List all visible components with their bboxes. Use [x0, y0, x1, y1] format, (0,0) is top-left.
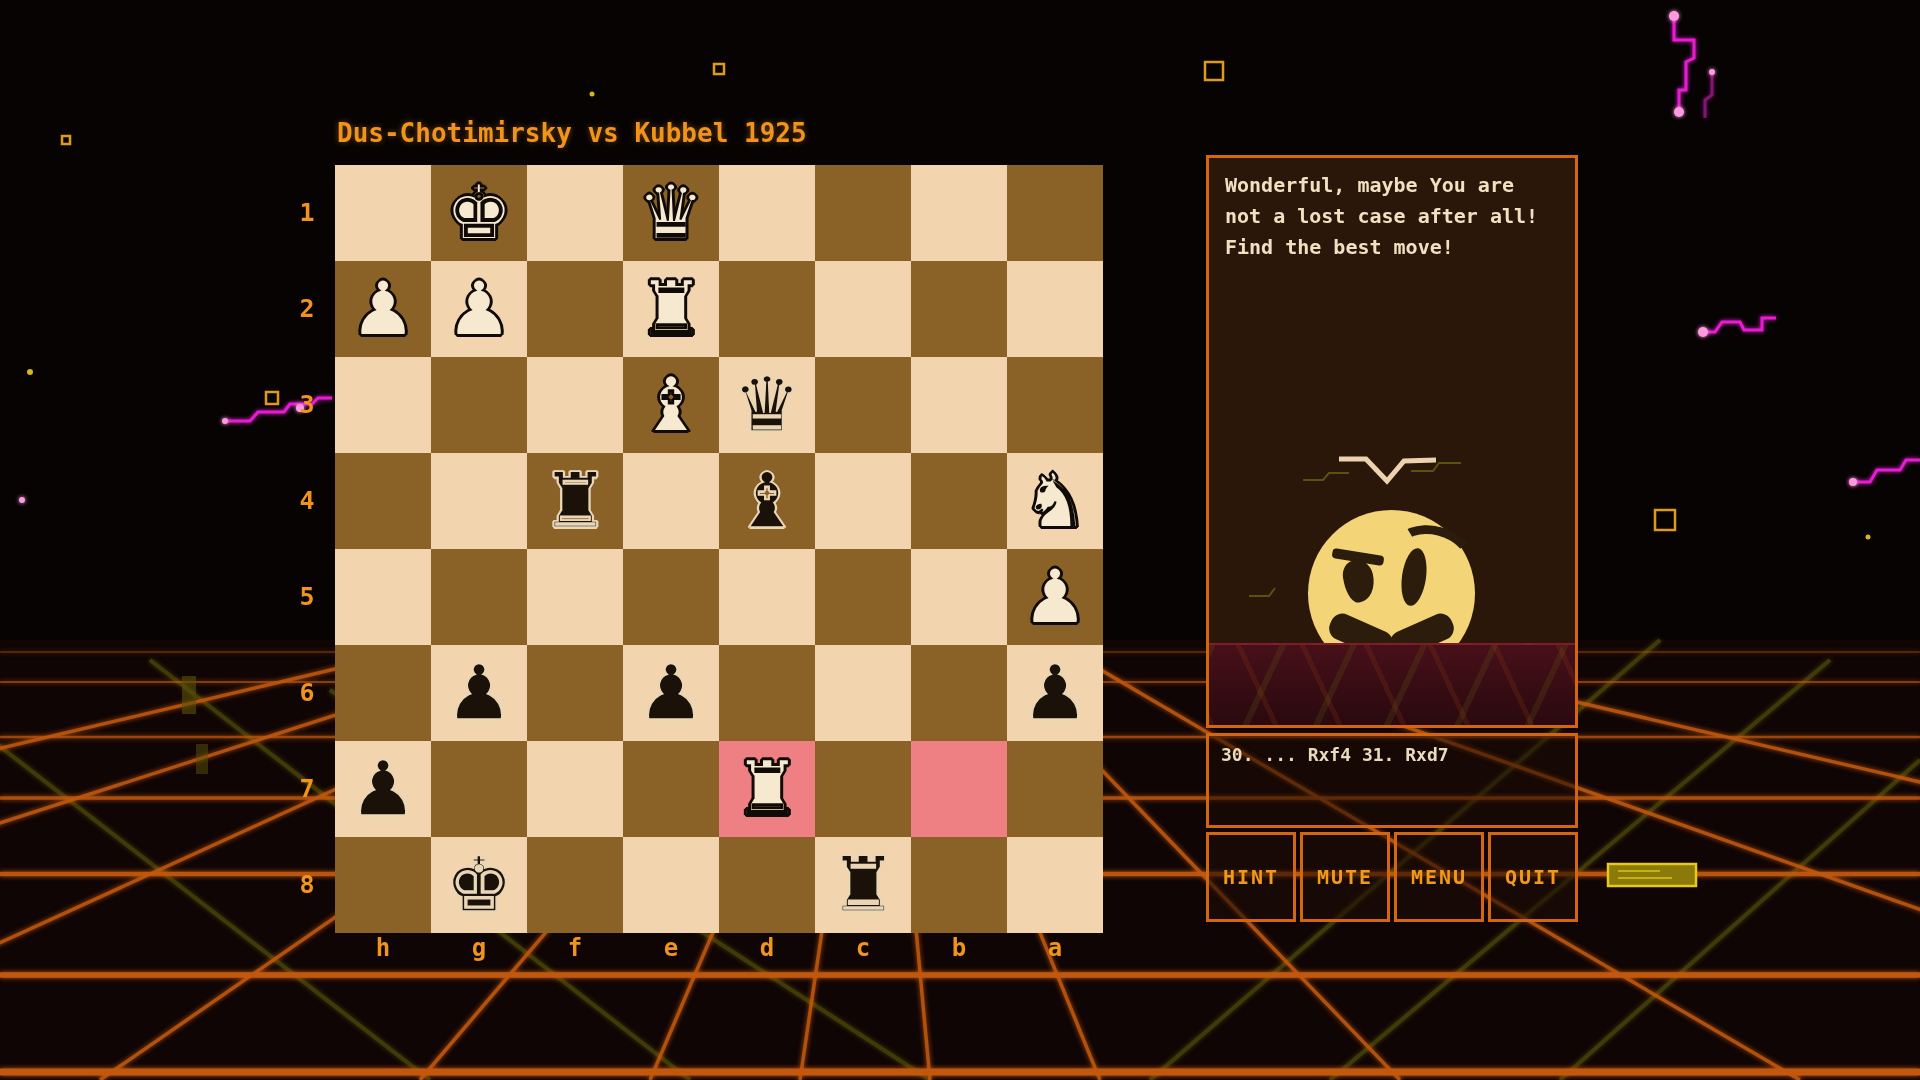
moves-panel: 30. ... Rxf4 31. Rxd7: [1206, 733, 1578, 828]
square-a8[interactable]: [1007, 837, 1103, 933]
square-f4[interactable]: ♜: [527, 453, 623, 549]
black-pawn[interactable]: ♟: [349, 741, 417, 837]
rank-label-4: 4: [290, 453, 324, 549]
square-b3[interactable]: [911, 357, 1007, 453]
square-d8[interactable]: [719, 837, 815, 933]
file-label-f: f: [527, 934, 623, 962]
white-rook[interactable]: ♜: [637, 261, 705, 357]
square-c2[interactable]: [815, 261, 911, 357]
file-label-b: b: [911, 934, 1007, 962]
square-d5[interactable]: [719, 549, 815, 645]
square-e1[interactable]: ♛: [623, 165, 719, 261]
square-g4[interactable]: [431, 453, 527, 549]
square-h8[interactable]: [335, 837, 431, 933]
square-h5[interactable]: [335, 549, 431, 645]
square-e7[interactable]: [623, 741, 719, 837]
square-d3[interactable]: ♛: [719, 357, 815, 453]
game-screen: Dus-Chotimirsky vs Kubbel 1925 12345678 …: [0, 0, 1920, 1080]
square-a4[interactable]: ♞: [1007, 453, 1103, 549]
square-c7[interactable]: [815, 741, 911, 837]
game-title: Dus-Chotimirsky vs Kubbel 1925: [337, 118, 807, 148]
square-b7[interactable]: [911, 741, 1007, 837]
square-c8[interactable]: ♜: [815, 837, 911, 933]
rank-label-6: 6: [290, 645, 324, 741]
black-pawn[interactable]: ♟: [445, 645, 513, 741]
square-h2[interactable]: ♟: [335, 261, 431, 357]
rank-label-2: 2: [290, 261, 324, 357]
square-b5[interactable]: [911, 549, 1007, 645]
quit-button[interactable]: QUIT: [1488, 832, 1578, 922]
black-pawn[interactable]: ♟: [1021, 645, 1089, 741]
file-label-a: a: [1007, 934, 1103, 962]
square-g2[interactable]: ♟: [431, 261, 527, 357]
white-rook[interactable]: ♜: [733, 741, 801, 837]
file-label-e: e: [623, 934, 719, 962]
square-h1[interactable]: [335, 165, 431, 261]
square-a2[interactable]: [1007, 261, 1103, 357]
square-h6[interactable]: [335, 645, 431, 741]
square-b6[interactable]: [911, 645, 1007, 741]
square-g1[interactable]: ♚: [431, 165, 527, 261]
square-f3[interactable]: [527, 357, 623, 453]
square-e6[interactable]: ♟: [623, 645, 719, 741]
square-f6[interactable]: [527, 645, 623, 741]
rank-label-8: 8: [290, 837, 324, 933]
square-c1[interactable]: [815, 165, 911, 261]
black-queen[interactable]: ♛: [733, 357, 801, 453]
black-pawn[interactable]: ♟: [637, 645, 705, 741]
file-label-h: h: [335, 934, 431, 962]
square-h7[interactable]: ♟: [335, 741, 431, 837]
white-queen[interactable]: ♛: [637, 165, 705, 261]
square-c4[interactable]: [815, 453, 911, 549]
square-f2[interactable]: [527, 261, 623, 357]
file-label-g: g: [431, 934, 527, 962]
square-c3[interactable]: [815, 357, 911, 453]
square-e8[interactable]: [623, 837, 719, 933]
square-f5[interactable]: [527, 549, 623, 645]
square-d7[interactable]: ♜: [719, 741, 815, 837]
white-knight[interactable]: ♞: [1021, 453, 1089, 549]
square-a3[interactable]: [1007, 357, 1103, 453]
square-d2[interactable]: [719, 261, 815, 357]
square-c6[interactable]: [815, 645, 911, 741]
square-a1[interactable]: [1007, 165, 1103, 261]
square-h3[interactable]: [335, 357, 431, 453]
file-label-d: d: [719, 934, 815, 962]
square-a7[interactable]: [1007, 741, 1103, 837]
square-e2[interactable]: ♜: [623, 261, 719, 357]
mute-button[interactable]: MUTE: [1300, 832, 1390, 922]
white-bishop[interactable]: ♝: [637, 357, 705, 453]
chess-board: ♚♛♟♟♜♝♛♜♝♞♟♟♟♟♟♜♚♜: [335, 165, 1103, 933]
square-h4[interactable]: [335, 453, 431, 549]
white-pawn[interactable]: ♟: [445, 261, 513, 357]
square-d6[interactable]: [719, 645, 815, 741]
black-rook[interactable]: ♜: [829, 837, 897, 933]
square-b4[interactable]: [911, 453, 1007, 549]
white-king[interactable]: ♚: [445, 165, 513, 261]
square-g8[interactable]: ♚: [431, 837, 527, 933]
square-a6[interactable]: ♟: [1007, 645, 1103, 741]
square-g3[interactable]: [431, 357, 527, 453]
rank-label-5: 5: [290, 549, 324, 645]
rank-label-7: 7: [290, 741, 324, 837]
square-b2[interactable]: [911, 261, 1007, 357]
white-pawn[interactable]: ♟: [1021, 549, 1089, 645]
white-pawn[interactable]: ♟: [349, 261, 417, 357]
square-a5[interactable]: ♟: [1007, 549, 1103, 645]
square-c5[interactable]: [815, 549, 911, 645]
square-e3[interactable]: ♝: [623, 357, 719, 453]
action-buttons: HINTMUTEMENUQUIT: [1206, 832, 1578, 922]
square-g6[interactable]: ♟: [431, 645, 527, 741]
black-rook[interactable]: ♜: [541, 453, 609, 549]
menu-button[interactable]: MENU: [1394, 832, 1484, 922]
hint-button[interactable]: HINT: [1206, 832, 1296, 922]
square-g5[interactable]: [431, 549, 527, 645]
rank-label-1: 1: [290, 165, 324, 261]
square-d1[interactable]: [719, 165, 815, 261]
black-king[interactable]: ♚: [445, 837, 513, 933]
square-e4[interactable]: [623, 453, 719, 549]
side-panel: Wonderful, maybe You are not a lost case…: [1206, 155, 1578, 728]
move-list: 30. ... Rxf4 31. Rxd7: [1209, 736, 1575, 773]
square-d4[interactable]: ♝: [719, 453, 815, 549]
file-labels: hgfedcba: [335, 934, 1103, 962]
rank-labels: 12345678: [290, 165, 324, 933]
square-b1[interactable]: [911, 165, 1007, 261]
square-b8[interactable]: [911, 837, 1007, 933]
square-g7[interactable]: [431, 741, 527, 837]
square-f1[interactable]: [527, 165, 623, 261]
square-f7[interactable]: [527, 741, 623, 837]
panel-floor: [1209, 643, 1575, 725]
square-f8[interactable]: [527, 837, 623, 933]
black-bishop[interactable]: ♝: [733, 453, 801, 549]
file-label-c: c: [815, 934, 911, 962]
rank-label-3: 3: [290, 357, 324, 453]
square-e5[interactable]: [623, 549, 719, 645]
